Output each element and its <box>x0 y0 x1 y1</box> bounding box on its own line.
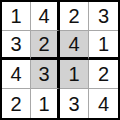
cell-r3c1[interactable]: 4 <box>2 60 31 89</box>
cell-r4c1[interactable]: 2 <box>2 89 31 118</box>
cell-r2c1[interactable]: 3 <box>2 31 31 60</box>
cell-r3c4[interactable]: 2 <box>89 60 118 89</box>
cell-r2c4[interactable]: 1 <box>89 31 118 60</box>
cell-r4c3[interactable]: 3 <box>60 89 89 118</box>
cell-r4c2[interactable]: 1 <box>31 89 60 118</box>
cell-r3c3[interactable]: 1 <box>60 60 89 89</box>
sudoku-board: 1423324143122134 <box>0 0 120 120</box>
cell-r4c4[interactable]: 4 <box>89 89 118 118</box>
cell-r2c3[interactable]: 4 <box>60 31 89 60</box>
cell-r1c2[interactable]: 4 <box>31 2 60 31</box>
cell-r2c2[interactable]: 2 <box>31 31 60 60</box>
cell-r1c1[interactable]: 1 <box>2 2 31 31</box>
cell-r3c2[interactable]: 3 <box>31 60 60 89</box>
cell-r1c4[interactable]: 3 <box>89 2 118 31</box>
cell-r1c3[interactable]: 2 <box>60 2 89 31</box>
